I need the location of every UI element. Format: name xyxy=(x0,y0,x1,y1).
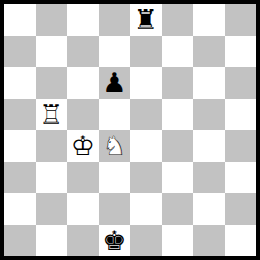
square-a1[interactable] xyxy=(4,225,36,257)
square-a2[interactable] xyxy=(4,193,36,225)
square-b2[interactable] xyxy=(36,193,68,225)
square-h3[interactable] xyxy=(225,162,257,194)
square-f8[interactable] xyxy=(162,4,194,36)
square-e2[interactable] xyxy=(130,193,162,225)
white-rook: ♖ xyxy=(36,99,68,131)
square-f2[interactable] xyxy=(162,193,194,225)
square-c3[interactable] xyxy=(67,162,99,194)
square-g2[interactable] xyxy=(193,193,225,225)
square-c5[interactable] xyxy=(67,99,99,131)
square-c2[interactable] xyxy=(67,193,99,225)
black-rook: ♜ xyxy=(130,4,162,36)
chess-board-frame: ♜♟♜♖♚♔♞♘♚ xyxy=(0,0,260,260)
square-b6[interactable] xyxy=(36,67,68,99)
square-g7[interactable] xyxy=(193,36,225,68)
square-f3[interactable] xyxy=(162,162,194,194)
square-a8[interactable] xyxy=(4,4,36,36)
square-e8[interactable]: ♜ xyxy=(130,4,162,36)
black-pawn: ♟ xyxy=(99,67,131,99)
square-b3[interactable] xyxy=(36,162,68,194)
square-d1[interactable]: ♚ xyxy=(99,225,131,257)
square-d3[interactable] xyxy=(99,162,131,194)
square-f5[interactable] xyxy=(162,99,194,131)
square-c4[interactable]: ♚♔ xyxy=(67,130,99,162)
square-g5[interactable] xyxy=(193,99,225,131)
square-g6[interactable] xyxy=(193,67,225,99)
square-h6[interactable] xyxy=(225,67,257,99)
square-a4[interactable] xyxy=(4,130,36,162)
square-d2[interactable] xyxy=(99,193,131,225)
square-g8[interactable] xyxy=(193,4,225,36)
square-f7[interactable] xyxy=(162,36,194,68)
square-c8[interactable] xyxy=(67,4,99,36)
square-d8[interactable] xyxy=(99,4,131,36)
square-f6[interactable] xyxy=(162,67,194,99)
square-h8[interactable] xyxy=(225,4,257,36)
square-a7[interactable] xyxy=(4,36,36,68)
square-c7[interactable] xyxy=(67,36,99,68)
chess-board: ♜♟♜♖♚♔♞♘♚ xyxy=(4,4,256,256)
square-c1[interactable] xyxy=(67,225,99,257)
square-h4[interactable] xyxy=(225,130,257,162)
square-a6[interactable] xyxy=(4,67,36,99)
square-b4[interactable] xyxy=(36,130,68,162)
square-a3[interactable] xyxy=(4,162,36,194)
square-e6[interactable] xyxy=(130,67,162,99)
square-b7[interactable] xyxy=(36,36,68,68)
square-h2[interactable] xyxy=(225,193,257,225)
square-b8[interactable] xyxy=(36,4,68,36)
square-h7[interactable] xyxy=(225,36,257,68)
square-b1[interactable] xyxy=(36,225,68,257)
square-f1[interactable] xyxy=(162,225,194,257)
square-e1[interactable] xyxy=(130,225,162,257)
square-f4[interactable] xyxy=(162,130,194,162)
square-h5[interactable] xyxy=(225,99,257,131)
square-d7[interactable] xyxy=(99,36,131,68)
square-d6[interactable]: ♟ xyxy=(99,67,131,99)
square-d4[interactable]: ♞♘ xyxy=(99,130,131,162)
square-b5[interactable]: ♜♖ xyxy=(36,99,68,131)
square-g4[interactable] xyxy=(193,130,225,162)
square-g1[interactable] xyxy=(193,225,225,257)
white-knight: ♘ xyxy=(99,130,131,162)
square-e7[interactable] xyxy=(130,36,162,68)
square-e3[interactable] xyxy=(130,162,162,194)
square-g3[interactable] xyxy=(193,162,225,194)
square-a5[interactable] xyxy=(4,99,36,131)
square-c6[interactable] xyxy=(67,67,99,99)
square-e4[interactable] xyxy=(130,130,162,162)
square-h1[interactable] xyxy=(225,225,257,257)
black-king: ♚ xyxy=(99,225,131,257)
white-king: ♔ xyxy=(67,130,99,162)
square-d5[interactable] xyxy=(99,99,131,131)
square-e5[interactable] xyxy=(130,99,162,131)
